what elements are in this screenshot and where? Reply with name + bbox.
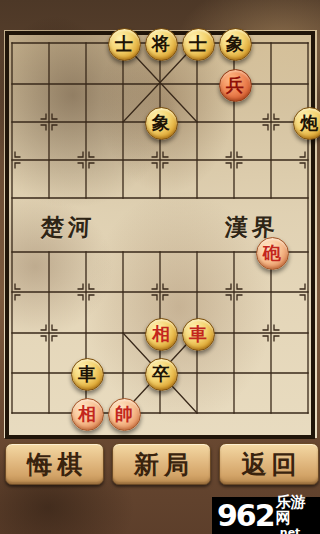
piece-black-f4-r2[interactable]: 象 [145, 107, 178, 140]
piece-red-f7-r5[interactable]: 砲 [256, 237, 289, 270]
piece-black-f5-r0[interactable]: 士 [182, 28, 215, 61]
piece-black-f4-r8[interactable]: 卒 [145, 358, 178, 391]
watermark-site: 乐游网 [276, 494, 320, 527]
piece-black-f2-r8[interactable]: 車 [71, 358, 104, 391]
piece-red-f4-r7[interactable]: 相 [145, 318, 178, 351]
piece-black-f6-r0[interactable]: 象 [219, 28, 252, 61]
watermark-domain: .net [276, 527, 320, 534]
piece-red-f5-r7[interactable]: 車 [182, 318, 215, 351]
piece-red-f3-r9[interactable]: 帥 [108, 398, 141, 431]
xiangqi-board[interactable]: 楚河 漢界 士将士象兵象炮砲相車車卒相帥 [0, 26, 320, 444]
piece-black-f3-r0[interactable]: 士 [108, 28, 141, 61]
new-game-button[interactable]: 新局 [112, 443, 211, 485]
piece-black-f4-r0[interactable]: 将 [145, 28, 178, 61]
piece-black-f8-r2[interactable]: 炮 [293, 107, 320, 140]
piece-red-f2-r9[interactable]: 相 [71, 398, 104, 431]
watermark-badge: 962 乐游网 .net [212, 497, 320, 534]
piece-red-f6-r1[interactable]: 兵 [219, 69, 252, 102]
back-button[interactable]: 返回 [219, 443, 319, 485]
game-screen: 楚河 漢界 士将士象兵象炮砲相車車卒相帥 悔棋 新局 返回 962 乐游网 .n… [0, 0, 320, 534]
watermark-number: 962 [217, 501, 274, 531]
undo-button[interactable]: 悔棋 [5, 443, 104, 485]
